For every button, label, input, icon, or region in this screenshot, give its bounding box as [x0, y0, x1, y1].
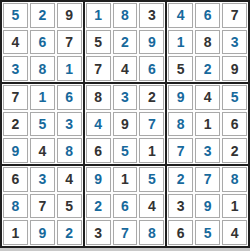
sudoku-cell-r8c6[interactable]: 4 [139, 194, 164, 219]
sudoku-box-8: 915264378 [85, 166, 166, 246]
sudoku-cell-r9c9[interactable]: 4 [222, 220, 247, 245]
sudoku-box-9: 278391654 [167, 166, 248, 246]
sudoku-box-3: 467183529 [167, 2, 248, 82]
sudoku-cell-r3c6[interactable]: 6 [139, 56, 164, 81]
sudoku-cell-r4c8[interactable]: 4 [195, 85, 220, 110]
sudoku-cell-r1c3[interactable]: 9 [57, 3, 82, 28]
sudoku-cell-r7c6[interactable]: 5 [139, 167, 164, 192]
sudoku-cell-r1c6[interactable]: 3 [139, 3, 164, 28]
sudoku-cell-r5c7[interactable]: 8 [168, 112, 193, 137]
sudoku-cell-r4c3[interactable]: 6 [57, 85, 82, 110]
sudoku-cell-r9c6[interactable]: 8 [139, 220, 164, 245]
sudoku-cell-r1c8[interactable]: 6 [195, 3, 220, 28]
sudoku-box-5: 832497651 [85, 84, 166, 164]
sudoku-cell-r9c8[interactable]: 5 [195, 220, 220, 245]
sudoku-cell-r1c2[interactable]: 2 [30, 3, 55, 28]
sudoku-cell-r6c2[interactable]: 4 [30, 138, 55, 163]
sudoku-cell-r2c9[interactable]: 3 [222, 30, 247, 55]
sudoku-cell-r6c1[interactable]: 9 [3, 138, 28, 163]
sudoku-box-1: 529467381 [2, 2, 83, 82]
sudoku-cell-r8c4[interactable]: 2 [86, 194, 111, 219]
sudoku-cell-r2c1[interactable]: 4 [3, 30, 28, 55]
sudoku-cell-r5c1[interactable]: 2 [3, 112, 28, 137]
sudoku-cell-r9c5[interactable]: 7 [113, 220, 138, 245]
sudoku-cell-r7c7[interactable]: 2 [168, 167, 193, 192]
sudoku-cell-r8c7[interactable]: 3 [168, 194, 193, 219]
sudoku-cell-r3c9[interactable]: 9 [222, 56, 247, 81]
sudoku-cell-r9c3[interactable]: 2 [57, 220, 82, 245]
sudoku-cell-r6c7[interactable]: 7 [168, 138, 193, 163]
sudoku-cell-r2c4[interactable]: 5 [86, 30, 111, 55]
sudoku-cell-r6c6[interactable]: 1 [139, 138, 164, 163]
sudoku-cell-r8c3[interactable]: 5 [57, 194, 82, 219]
sudoku-cell-r1c9[interactable]: 7 [222, 3, 247, 28]
sudoku-cell-r1c1[interactable]: 5 [3, 3, 28, 28]
sudoku-board: 5294673811835297464671835297162539488324… [0, 0, 250, 248]
sudoku-cell-r7c4[interactable]: 9 [86, 167, 111, 192]
sudoku-cell-r2c3[interactable]: 7 [57, 30, 82, 55]
sudoku-box-2: 183529746 [85, 2, 166, 82]
sudoku-cell-r5c5[interactable]: 9 [113, 112, 138, 137]
sudoku-cell-r5c2[interactable]: 5 [30, 112, 55, 137]
sudoku-cell-r7c9[interactable]: 8 [222, 167, 247, 192]
sudoku-cell-r3c2[interactable]: 8 [30, 56, 55, 81]
sudoku-cell-r4c7[interactable]: 9 [168, 85, 193, 110]
sudoku-cell-r8c5[interactable]: 6 [113, 194, 138, 219]
sudoku-cell-r1c7[interactable]: 4 [168, 3, 193, 28]
sudoku-cell-r2c6[interactable]: 9 [139, 30, 164, 55]
sudoku-cell-r3c8[interactable]: 2 [195, 56, 220, 81]
sudoku-cell-r4c2[interactable]: 1 [30, 85, 55, 110]
sudoku-cell-r5c9[interactable]: 6 [222, 112, 247, 137]
sudoku-cell-r7c8[interactable]: 7 [195, 167, 220, 192]
sudoku-cell-r6c8[interactable]: 3 [195, 138, 220, 163]
sudoku-cell-r6c3[interactable]: 8 [57, 138, 82, 163]
sudoku-cell-r6c9[interactable]: 2 [222, 138, 247, 163]
sudoku-cell-r7c1[interactable]: 6 [3, 167, 28, 192]
sudoku-cell-r3c4[interactable]: 7 [86, 56, 111, 81]
sudoku-cell-r8c1[interactable]: 8 [3, 194, 28, 219]
sudoku-cell-r6c5[interactable]: 5 [113, 138, 138, 163]
sudoku-cell-r4c5[interactable]: 3 [113, 85, 138, 110]
sudoku-cell-r3c5[interactable]: 4 [113, 56, 138, 81]
sudoku-cell-r7c2[interactable]: 3 [30, 167, 55, 192]
sudoku-box-6: 945816732 [167, 84, 248, 164]
sudoku-cell-r4c9[interactable]: 5 [222, 85, 247, 110]
sudoku-cell-r2c2[interactable]: 6 [30, 30, 55, 55]
sudoku-cell-r9c2[interactable]: 9 [30, 220, 55, 245]
sudoku-cell-r4c1[interactable]: 7 [3, 85, 28, 110]
sudoku-cell-r3c7[interactable]: 5 [168, 56, 193, 81]
sudoku-cell-r8c9[interactable]: 1 [222, 194, 247, 219]
sudoku-cell-r9c4[interactable]: 3 [86, 220, 111, 245]
sudoku-box-7: 634875192 [2, 166, 83, 246]
sudoku-cell-r5c4[interactable]: 4 [86, 112, 111, 137]
sudoku-cell-r7c5[interactable]: 1 [113, 167, 138, 192]
sudoku-cell-r4c4[interactable]: 8 [86, 85, 111, 110]
sudoku-cell-r3c3[interactable]: 1 [57, 56, 82, 81]
sudoku-cell-r5c6[interactable]: 7 [139, 112, 164, 137]
sudoku-cell-r9c1[interactable]: 1 [3, 220, 28, 245]
sudoku-cell-r1c4[interactable]: 1 [86, 3, 111, 28]
sudoku-cell-r4c6[interactable]: 2 [139, 85, 164, 110]
sudoku-cell-r7c3[interactable]: 4 [57, 167, 82, 192]
sudoku-cell-r2c5[interactable]: 2 [113, 30, 138, 55]
sudoku-cell-r8c8[interactable]: 9 [195, 194, 220, 219]
sudoku-cell-r6c4[interactable]: 6 [86, 138, 111, 163]
sudoku-cell-r5c8[interactable]: 1 [195, 112, 220, 137]
sudoku-cell-r5c3[interactable]: 3 [57, 112, 82, 137]
sudoku-cell-r3c1[interactable]: 3 [3, 56, 28, 81]
sudoku-cell-r1c5[interactable]: 8 [113, 3, 138, 28]
sudoku-box-4: 716253948 [2, 84, 83, 164]
sudoku-cell-r2c8[interactable]: 8 [195, 30, 220, 55]
sudoku-cell-r8c2[interactable]: 7 [30, 194, 55, 219]
sudoku-cell-r2c7[interactable]: 1 [168, 30, 193, 55]
sudoku-cell-r9c7[interactable]: 6 [168, 220, 193, 245]
